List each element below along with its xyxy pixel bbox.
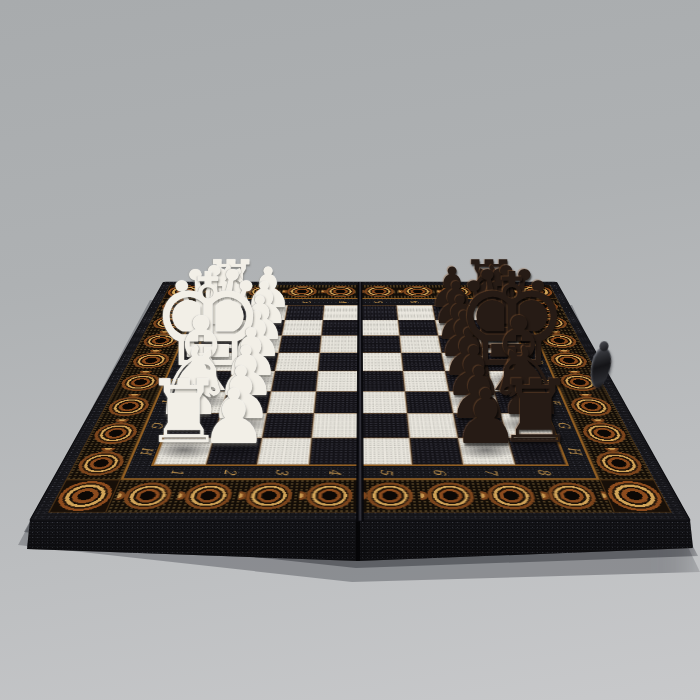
square-a4 [322,305,360,320]
square-g4 [311,413,360,437]
coord-near-4: 4 [324,469,343,475]
fold-seam-front [356,516,360,562]
coord-near-7: 7 [481,469,501,475]
square-e5 [360,371,404,391]
square-b5 [360,320,399,336]
square-c4 [319,336,360,353]
coord-near-1: 1 [167,469,187,475]
square-f5 [360,391,407,413]
coord-near-5: 5 [377,469,396,475]
coord-far-3: 3 [300,300,313,303]
square-a5 [360,305,398,320]
square-d5 [360,353,403,371]
coord-near-8: 8 [533,469,553,475]
square-c5 [360,336,401,353]
coord-near-2: 2 [219,469,239,475]
square-h4 [308,438,360,465]
square-f4 [313,391,360,413]
coord-far-5: 5 [372,300,385,303]
square-h5 [360,438,412,465]
photo-background: 11AA22BB33CC44DD55EE66FF77GG88HH ♜♟♟♜♞♟♟… [0,0,700,700]
coord-near-3: 3 [272,469,291,475]
chess-board: 11AA22BB33CC44DD55EE66FF77GG88HH [30,282,689,521]
coord-far-6: 6 [407,300,420,303]
piece-black-rook-h8: ♜ [492,367,579,454]
square-d4 [318,353,361,371]
square-g5 [360,413,409,437]
square-e4 [316,371,360,391]
coord-near-6: 6 [429,469,448,475]
piece-white-pawn-h2: ♟ [197,379,273,455]
square-b4 [321,320,360,336]
coord-far-4: 4 [336,300,349,303]
